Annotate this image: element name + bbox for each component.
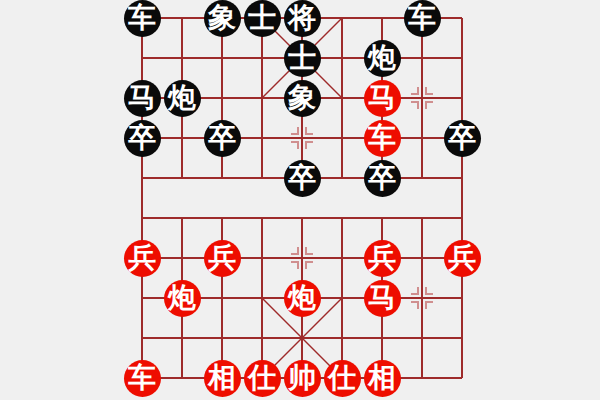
- piece-red-cannon[interactable]: 炮: [284, 280, 321, 317]
- piece-black-elephant[interactable]: 象: [204, 0, 241, 37]
- piece-black-soldier[interactable]: 卒: [204, 120, 241, 157]
- piece-red-elephant[interactable]: 相: [204, 360, 241, 397]
- piece-red-chariot[interactable]: 车: [364, 120, 401, 157]
- piece-red-cannon[interactable]: 炮: [164, 280, 201, 317]
- piece-red-horse[interactable]: 马: [364, 280, 401, 317]
- piece-red-chariot[interactable]: 车: [124, 360, 161, 397]
- piece-red-general[interactable]: 帅: [284, 360, 321, 397]
- piece-black-cannon[interactable]: 炮: [164, 80, 201, 117]
- piece-black-horse[interactable]: 马: [124, 80, 161, 117]
- piece-black-soldier[interactable]: 卒: [444, 120, 481, 157]
- xiangqi-board-screen: 车象士将车士炮马炮象卒卒卒卒卒马车兵兵兵兵炮炮马车相仕帅仕相: [0, 0, 600, 400]
- piece-red-advisor[interactable]: 仕: [244, 360, 281, 397]
- piece-black-soldier[interactable]: 卒: [284, 160, 321, 197]
- piece-black-chariot[interactable]: 车: [124, 0, 161, 37]
- piece-black-advisor[interactable]: 士: [244, 0, 281, 37]
- piece-red-horse[interactable]: 马: [364, 80, 401, 117]
- piece-red-soldier[interactable]: 兵: [364, 240, 401, 277]
- piece-red-soldier[interactable]: 兵: [124, 240, 161, 277]
- piece-red-soldier[interactable]: 兵: [444, 240, 481, 277]
- piece-black-chariot[interactable]: 车: [404, 0, 441, 37]
- piece-black-cannon[interactable]: 炮: [364, 40, 401, 77]
- piece-black-elephant[interactable]: 象: [284, 80, 321, 117]
- piece-red-soldier[interactable]: 兵: [204, 240, 241, 277]
- piece-black-advisor[interactable]: 士: [284, 40, 321, 77]
- piece-black-soldier[interactable]: 卒: [364, 160, 401, 197]
- piece-black-general[interactable]: 将: [284, 0, 321, 37]
- piece-red-advisor[interactable]: 仕: [324, 360, 361, 397]
- xiangqi-board[interactable]: 车象士将车士炮马炮象卒卒卒卒卒马车兵兵兵兵炮炮马车相仕帅仕相: [122, 0, 482, 398]
- piece-black-soldier[interactable]: 卒: [124, 120, 161, 157]
- piece-red-elephant[interactable]: 相: [364, 360, 401, 397]
